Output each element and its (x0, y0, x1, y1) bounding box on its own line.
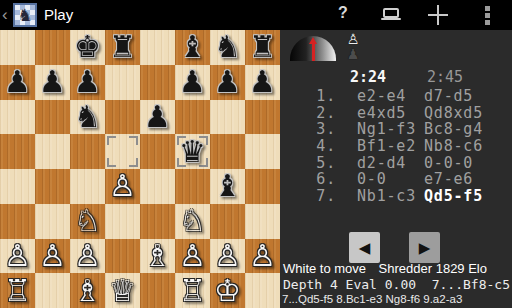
square-b5[interactable] (35, 134, 70, 169)
square-e1[interactable] (140, 273, 175, 308)
piece-white-pawn: ♙ (249, 241, 276, 271)
black-move[interactable]: Bc8-g4 (424, 120, 512, 138)
move-row: 3.Ng1-f3Bc8-g4 (280, 121, 512, 138)
piece-black-rook: ♜ (109, 32, 136, 62)
principal-variation-line: 7...Qd5-f5 8.Bc1-e3 Ng8-f6 9.a2-a3 (282, 293, 511, 305)
square-c1[interactable]: ♗ (70, 273, 105, 308)
piece-black-pawn: ♟ (214, 67, 241, 97)
move-list: 1.e2-e4d7-d52.e4xd5Qd8xd53.Ng1-f3Bc8-g44… (280, 88, 512, 204)
piece-black-pawn: ♟ (39, 67, 66, 97)
overflow-menu-icon[interactable] (485, 6, 490, 25)
new-game-plus-icon[interactable] (428, 5, 448, 25)
white-move[interactable]: Ng1-f3 (357, 120, 424, 138)
piece-white-queen: ♕ (109, 276, 136, 306)
square-g3[interactable] (210, 204, 245, 239)
piece-white-pawn: ♙ (214, 241, 241, 271)
square-f1[interactable]: ♖ (175, 273, 210, 308)
piece-white-bishop: ♗ (74, 276, 101, 306)
chess-board: ♚♜♝♞♜♟♟♟♟♟♟♞♟♛♙♝♘♘♙♙♙♗♙♙♙♖♗♕♖♔ (0, 30, 280, 308)
square-a4[interactable] (0, 169, 35, 204)
white-move[interactable]: e2-e4 (357, 87, 424, 105)
square-b3[interactable] (35, 204, 70, 239)
square-e3[interactable] (140, 204, 175, 239)
square-a7[interactable]: ♟ (0, 65, 35, 100)
square-f3[interactable]: ♘ (175, 204, 210, 239)
square-c6[interactable]: ♞ (70, 100, 105, 135)
white-move[interactable]: Bf1-e2 (357, 137, 424, 155)
piece-white-pawn: ♙ (39, 241, 66, 271)
next-move-button[interactable]: ▶ (409, 232, 440, 263)
next-arrow-icon: ▶ (419, 239, 431, 257)
white-move[interactable]: 0-0 (357, 170, 424, 188)
square-b1[interactable] (35, 273, 70, 308)
square-f7[interactable]: ♟ (175, 65, 210, 100)
square-c3[interactable]: ♘ (70, 204, 105, 239)
square-g7[interactable]: ♟ (210, 65, 245, 100)
square-c4[interactable] (70, 169, 105, 204)
square-e8[interactable] (140, 30, 175, 65)
square-h3[interactable] (245, 204, 280, 239)
square-h6[interactable] (245, 100, 280, 135)
square-g2[interactable]: ♙ (210, 239, 245, 274)
square-d1[interactable]: ♕ (105, 273, 140, 308)
move-number: 6. (280, 170, 336, 188)
square-d2[interactable] (105, 239, 140, 274)
engine-analysis-line: Depth 4 Eval 0.00 7...Bf8-c5 (6 (283, 277, 512, 292)
square-d7[interactable] (105, 65, 140, 100)
square-e6[interactable]: ♟ (140, 100, 175, 135)
prev-arrow-icon: ◀ (359, 239, 371, 257)
status-row: White to move Shredder 1829 Elo (280, 261, 512, 277)
piece-black-pawn: ♟ (179, 67, 206, 97)
square-f5[interactable]: ♛ (175, 134, 210, 169)
app-logo-icon: ♞ (13, 3, 37, 27)
move-row: 5.d2-d40-0-0 (280, 154, 512, 171)
board-setup-icon-screen (383, 8, 399, 18)
move-number: 1. (280, 87, 336, 105)
black-move[interactable]: Qd8xd5 (424, 104, 512, 122)
turn-indicator: White to move (283, 261, 366, 276)
square-d4[interactable]: ♙ (105, 169, 140, 204)
square-d3[interactable] (105, 204, 140, 239)
square-b4[interactable] (35, 169, 70, 204)
square-f2[interactable]: ♙ (175, 239, 210, 274)
board-setup-icon-base (381, 18, 401, 20)
square-a1[interactable]: ♖ (0, 273, 35, 308)
square-b8[interactable] (35, 30, 70, 65)
move-row: 4.Bf1-e2Nb8-c6 (280, 138, 512, 155)
piece-white-pawn: ♙ (4, 241, 31, 271)
engine-panel: ♙♟ 2:24 2:45 1.e2-e4d7-d52.e4xd5Qd8xd53.… (280, 30, 512, 308)
move-row: 1.e2-e4d7-d5 (280, 88, 512, 105)
square-d8[interactable]: ♜ (105, 30, 140, 65)
piece-black-king: ♚ (74, 32, 101, 62)
square-d5[interactable] (105, 134, 140, 169)
move-number: 5. (280, 154, 336, 172)
piece-white-pawn: ♙ (179, 241, 206, 271)
help-icon[interactable]: ? (334, 4, 352, 22)
square-a3[interactable] (0, 204, 35, 239)
piece-black-bishop: ♝ (179, 32, 206, 62)
square-b2[interactable]: ♙ (35, 239, 70, 274)
board-setup-icon[interactable] (381, 8, 401, 22)
square-e2[interactable]: ♗ (140, 239, 175, 274)
piece-black-bishop: ♝ (214, 171, 241, 201)
black-move[interactable]: Qd5-f5 (424, 187, 512, 205)
square-b7[interactable]: ♟ (35, 65, 70, 100)
square-f4[interactable] (175, 169, 210, 204)
piece-white-knight: ♘ (74, 206, 101, 236)
piece-white-king: ♔ (214, 276, 241, 306)
square-h1[interactable] (245, 273, 280, 308)
black-move[interactable]: Nb8-c6 (424, 137, 512, 155)
move-number: 7. (280, 187, 336, 205)
piece-black-rook: ♜ (249, 32, 276, 62)
move-number: 3. (280, 120, 336, 138)
engine-name-elo: Shredder 1829 Elo (379, 261, 487, 276)
square-g6[interactable] (210, 100, 245, 135)
square-h8[interactable]: ♜ (245, 30, 280, 65)
square-b6[interactable] (35, 100, 70, 135)
move-row: 6.0-0e7-e6 (280, 171, 512, 188)
last-move-marker (129, 158, 138, 167)
square-c7[interactable]: ♟ (70, 65, 105, 100)
prev-move-button[interactable]: ◀ (349, 232, 380, 263)
square-a5[interactable] (0, 134, 35, 169)
black-move[interactable]: d7-d5 (424, 87, 512, 105)
piece-white-pawn: ♙ (74, 241, 101, 271)
piece-black-knight: ♞ (214, 32, 241, 62)
black-pawn-icon: ♟ (347, 47, 360, 62)
piece-white-knight: ♘ (179, 206, 206, 236)
move-number: 2. (280, 104, 336, 122)
square-g1[interactable]: ♔ (210, 273, 245, 308)
move-row: 2.e4xd5Qd8xd5 (280, 105, 512, 122)
black-move[interactable]: 0-0-0 (424, 154, 512, 172)
square-e4[interactable] (140, 169, 175, 204)
square-f8[interactable]: ♝ (175, 30, 210, 65)
back-chevron-icon[interactable]: ‹ (2, 4, 8, 26)
logo-knight-glyph: ♞ (17, 7, 32, 24)
square-g8[interactable]: ♞ (210, 30, 245, 65)
black-clock: 2:45 (427, 68, 463, 86)
eval-gauge (290, 36, 336, 61)
piece-white-bishop: ♗ (144, 241, 171, 271)
square-g4[interactable]: ♝ (210, 169, 245, 204)
piece-white-rook: ♖ (179, 276, 206, 306)
square-a8[interactable] (0, 30, 35, 65)
piece-white-pawn: ♙ (109, 171, 136, 201)
piece-black-queen: ♛ (179, 137, 206, 167)
square-a6[interactable] (0, 100, 35, 135)
page-title: Play (44, 6, 73, 23)
square-h7[interactable]: ♟ (245, 65, 280, 100)
white-move[interactable]: Nb1-c3 (357, 187, 424, 205)
square-c5[interactable] (70, 134, 105, 169)
square-h4[interactable] (245, 169, 280, 204)
app-window: ‹ ♞ Play ? ♚♜♝♞♜♟♟♟♟♟♟♞♟♛♙♝♘♘♙♙♙♗♙♙♙♖♗♕♖… (0, 0, 512, 308)
black-move[interactable]: e7-e6 (424, 170, 512, 188)
last-move-marker (107, 136, 116, 145)
piece-black-pawn: ♟ (4, 67, 31, 97)
move-number: 4. (280, 137, 336, 155)
square-c2[interactable]: ♙ (70, 239, 105, 274)
square-e7[interactable] (140, 65, 175, 100)
last-move-marker (107, 158, 116, 167)
white-clock: 2:24 (350, 68, 386, 86)
last-move-marker (129, 136, 138, 145)
white-pawn-icon: ♙ (347, 32, 360, 47)
square-d6[interactable] (105, 100, 140, 135)
piece-black-pawn: ♟ (74, 67, 101, 97)
captured-pieces-tray: ♙♟ (344, 32, 362, 62)
eval-needle-icon (309, 37, 317, 61)
square-a2[interactable]: ♙ (0, 239, 35, 274)
square-e5[interactable] (140, 134, 175, 169)
white-move[interactable]: e4xd5 (357, 104, 424, 122)
square-h2[interactable]: ♙ (245, 239, 280, 274)
move-row: 7.Nb1-c3Qd5-f5 (280, 188, 512, 205)
top-bar: ‹ ♞ Play ? (0, 0, 512, 30)
square-h5[interactable] (245, 134, 280, 169)
square-g5[interactable] (210, 134, 245, 169)
white-move[interactable]: d2-d4 (357, 154, 424, 172)
piece-white-rook: ♖ (4, 276, 31, 306)
square-f6[interactable] (175, 100, 210, 135)
piece-black-pawn: ♟ (249, 67, 276, 97)
piece-black-knight: ♞ (74, 102, 101, 132)
piece-black-pawn: ♟ (144, 102, 171, 132)
square-c8[interactable]: ♚ (70, 30, 105, 65)
